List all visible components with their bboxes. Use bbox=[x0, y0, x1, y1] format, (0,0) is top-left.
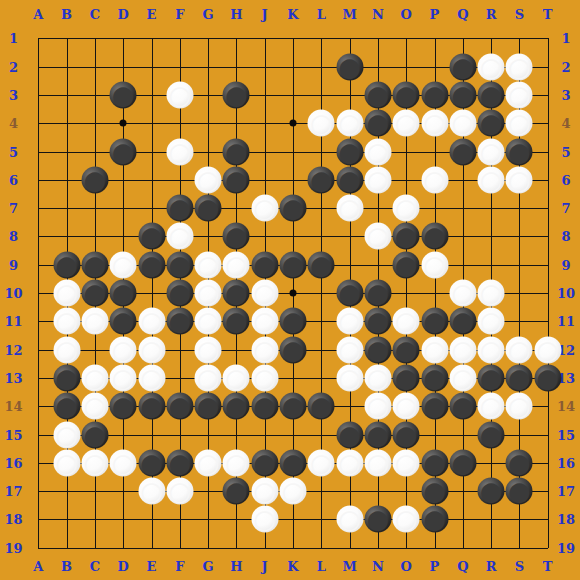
row-label-right-17: 17 bbox=[557, 485, 575, 498]
white-stone-f8: ○ bbox=[166, 223, 193, 250]
black-stone-r3: ● bbox=[478, 81, 505, 108]
black-stone-s13: ● bbox=[506, 364, 533, 391]
black-stone-d11: ● bbox=[110, 308, 137, 335]
row-label-right-9: 9 bbox=[561, 258, 570, 271]
black-stone-m15: ● bbox=[336, 421, 363, 448]
col-label-top-b: B bbox=[61, 7, 72, 20]
black-stone-h11: ● bbox=[223, 308, 250, 335]
black-stone-f11: ● bbox=[166, 308, 193, 335]
white-stone-p6: ○ bbox=[421, 166, 448, 193]
white-stone-c13: ○ bbox=[81, 364, 108, 391]
white-stone-c11: ○ bbox=[81, 308, 108, 335]
col-label-top-e: E bbox=[147, 7, 157, 20]
black-stone-e9: ● bbox=[138, 251, 165, 278]
white-stone-s14: ○ bbox=[506, 393, 533, 420]
row-label-left-6: 6 bbox=[9, 173, 18, 186]
white-stone-m4: ○ bbox=[336, 110, 363, 137]
row-label-right-10: 10 bbox=[557, 287, 575, 300]
white-stone-o11: ○ bbox=[393, 308, 420, 335]
black-stone-c15: ● bbox=[81, 421, 108, 448]
black-stone-h6: ● bbox=[223, 166, 250, 193]
row-label-right-7: 7 bbox=[561, 202, 570, 215]
row-label-left-11: 11 bbox=[4, 315, 22, 328]
black-stone-q14: ● bbox=[449, 393, 476, 420]
white-stone-s2: ○ bbox=[506, 53, 533, 80]
col-label-bottom-f: F bbox=[175, 560, 184, 573]
black-stone-q2: ● bbox=[449, 53, 476, 80]
white-stone-o4: ○ bbox=[393, 110, 420, 137]
white-stone-g6: ○ bbox=[195, 166, 222, 193]
row-label-left-3: 3 bbox=[9, 88, 18, 101]
black-stone-h8: ● bbox=[223, 223, 250, 250]
black-stone-n10: ● bbox=[364, 280, 391, 307]
white-stone-m11: ○ bbox=[336, 308, 363, 335]
black-stone-b14: ● bbox=[53, 393, 80, 420]
black-stone-l14: ● bbox=[308, 393, 335, 420]
row-label-left-2: 2 bbox=[9, 60, 18, 73]
white-stone-e12: ○ bbox=[138, 336, 165, 363]
black-stone-n15: ● bbox=[364, 421, 391, 448]
white-stone-l4: ○ bbox=[308, 110, 335, 137]
white-stone-j10: ○ bbox=[251, 280, 278, 307]
black-stone-f9: ● bbox=[166, 251, 193, 278]
black-stone-d10: ● bbox=[110, 280, 137, 307]
black-stone-o9: ● bbox=[393, 251, 420, 278]
row-label-right-19: 19 bbox=[557, 541, 575, 554]
black-stone-p14: ● bbox=[421, 393, 448, 420]
white-stone-e11: ○ bbox=[138, 308, 165, 335]
white-stone-m13: ○ bbox=[336, 364, 363, 391]
black-stone-k16: ● bbox=[280, 449, 307, 476]
white-stone-b12: ○ bbox=[53, 336, 80, 363]
black-stone-r17: ● bbox=[478, 478, 505, 505]
white-stone-e17: ○ bbox=[138, 478, 165, 505]
black-stone-o13: ● bbox=[393, 364, 420, 391]
white-stone-r2: ○ bbox=[478, 53, 505, 80]
row-label-left-8: 8 bbox=[9, 230, 18, 243]
row-label-right-15: 15 bbox=[557, 428, 575, 441]
black-stone-p18: ● bbox=[421, 506, 448, 533]
black-stone-q16: ● bbox=[449, 449, 476, 476]
black-stone-c9: ● bbox=[81, 251, 108, 278]
black-stone-c6: ● bbox=[81, 166, 108, 193]
white-stone-q13: ○ bbox=[449, 364, 476, 391]
black-stone-n3: ● bbox=[364, 81, 391, 108]
white-stone-f3: ○ bbox=[166, 81, 193, 108]
black-stone-f16: ● bbox=[166, 449, 193, 476]
col-label-bottom-m: M bbox=[342, 560, 356, 573]
row-label-right-8: 8 bbox=[561, 230, 570, 243]
white-stone-b15: ○ bbox=[53, 421, 80, 448]
black-stone-h10: ● bbox=[223, 280, 250, 307]
white-stone-q4: ○ bbox=[449, 110, 476, 137]
black-stone-k7: ● bbox=[280, 195, 307, 222]
row-label-left-1: 1 bbox=[9, 32, 18, 45]
black-stone-o12: ● bbox=[393, 336, 420, 363]
white-stone-j11: ○ bbox=[251, 308, 278, 335]
row-label-right-14: 14 bbox=[557, 400, 575, 413]
white-stone-d12: ○ bbox=[110, 336, 137, 363]
black-stone-c10: ● bbox=[81, 280, 108, 307]
black-stone-k9: ● bbox=[280, 251, 307, 278]
col-label-top-q: Q bbox=[457, 7, 468, 20]
row-label-left-4: 4 bbox=[9, 117, 18, 130]
black-stone-p16: ● bbox=[421, 449, 448, 476]
white-stone-h13: ○ bbox=[223, 364, 250, 391]
white-stone-r5: ○ bbox=[478, 138, 505, 165]
col-label-top-d: D bbox=[118, 7, 129, 20]
black-stone-k11: ● bbox=[280, 308, 307, 335]
row-label-right-4: 4 bbox=[561, 117, 570, 130]
white-stone-m7: ○ bbox=[336, 195, 363, 222]
white-stone-c16: ○ bbox=[81, 449, 108, 476]
white-stone-o16: ○ bbox=[393, 449, 420, 476]
row-label-right-2: 2 bbox=[561, 60, 570, 73]
black-stone-p8: ● bbox=[421, 223, 448, 250]
white-stone-s3: ○ bbox=[506, 81, 533, 108]
black-stone-n11: ● bbox=[364, 308, 391, 335]
white-stone-r6: ○ bbox=[478, 166, 505, 193]
row-label-left-15: 15 bbox=[4, 428, 22, 441]
row-label-right-5: 5 bbox=[561, 145, 570, 158]
col-label-bottom-a: A bbox=[33, 560, 43, 573]
col-label-bottom-n: N bbox=[372, 560, 384, 573]
black-stone-b9: ● bbox=[53, 251, 80, 278]
white-stone-g9: ○ bbox=[195, 251, 222, 278]
white-stone-b16: ○ bbox=[53, 449, 80, 476]
black-stone-g14: ● bbox=[195, 393, 222, 420]
white-stone-o14: ○ bbox=[393, 393, 420, 420]
black-stone-o8: ● bbox=[393, 223, 420, 250]
black-stone-m6: ● bbox=[336, 166, 363, 193]
star-point-d4 bbox=[120, 120, 127, 127]
row-label-left-16: 16 bbox=[4, 456, 22, 469]
black-stone-n18: ● bbox=[364, 506, 391, 533]
white-stone-d9: ○ bbox=[110, 251, 137, 278]
black-stone-h3: ● bbox=[223, 81, 250, 108]
col-label-bottom-p: P bbox=[430, 560, 440, 573]
black-stone-r13: ● bbox=[478, 364, 505, 391]
white-stone-s4: ○ bbox=[506, 110, 533, 137]
black-stone-p11: ● bbox=[421, 308, 448, 335]
white-stone-q12: ○ bbox=[449, 336, 476, 363]
black-stone-r15: ● bbox=[478, 421, 505, 448]
white-stone-e13: ○ bbox=[138, 364, 165, 391]
black-stone-d14: ● bbox=[110, 393, 137, 420]
black-stone-j14: ● bbox=[251, 393, 278, 420]
row-label-right-11: 11 bbox=[557, 315, 575, 328]
white-stone-r10: ○ bbox=[478, 280, 505, 307]
black-stone-r4: ● bbox=[478, 110, 505, 137]
row-label-right-1: 1 bbox=[561, 32, 570, 45]
black-stone-j16: ● bbox=[251, 449, 278, 476]
black-stone-g7: ● bbox=[195, 195, 222, 222]
col-label-top-f: F bbox=[175, 7, 184, 20]
row-label-left-14: 14 bbox=[4, 400, 22, 413]
black-stone-q5: ● bbox=[449, 138, 476, 165]
black-stone-e14: ● bbox=[138, 393, 165, 420]
white-stone-l16: ○ bbox=[308, 449, 335, 476]
row-label-right-16: 16 bbox=[557, 456, 575, 469]
black-stone-p13: ● bbox=[421, 364, 448, 391]
white-stone-n6: ○ bbox=[364, 166, 391, 193]
black-stone-h17: ● bbox=[223, 478, 250, 505]
white-stone-n5: ○ bbox=[364, 138, 391, 165]
white-stone-t12: ○ bbox=[534, 336, 561, 363]
white-stone-f17: ○ bbox=[166, 478, 193, 505]
black-stone-m5: ● bbox=[336, 138, 363, 165]
white-stone-j12: ○ bbox=[251, 336, 278, 363]
black-stone-p17: ● bbox=[421, 478, 448, 505]
white-stone-n8: ○ bbox=[364, 223, 391, 250]
star-point-k4 bbox=[290, 120, 297, 127]
row-label-left-17: 17 bbox=[4, 485, 22, 498]
white-stone-r14: ○ bbox=[478, 393, 505, 420]
black-stone-s17: ● bbox=[506, 478, 533, 505]
col-label-bottom-r: R bbox=[486, 560, 497, 573]
black-stone-f14: ● bbox=[166, 393, 193, 420]
black-stone-t13: ● bbox=[534, 364, 561, 391]
white-stone-s12: ○ bbox=[506, 336, 533, 363]
grid-line-horizontal bbox=[38, 548, 547, 549]
white-stone-j13: ○ bbox=[251, 364, 278, 391]
white-stone-h9: ○ bbox=[223, 251, 250, 278]
col-label-top-k: K bbox=[287, 7, 298, 20]
black-stone-n4: ● bbox=[364, 110, 391, 137]
col-label-top-p: P bbox=[430, 7, 440, 20]
white-stone-n14: ○ bbox=[364, 393, 391, 420]
row-label-right-6: 6 bbox=[561, 173, 570, 186]
black-stone-o3: ● bbox=[393, 81, 420, 108]
black-stone-s5: ● bbox=[506, 138, 533, 165]
black-stone-e8: ● bbox=[138, 223, 165, 250]
black-stone-e16: ● bbox=[138, 449, 165, 476]
row-label-right-18: 18 bbox=[557, 513, 575, 526]
col-label-bottom-t: T bbox=[543, 560, 553, 573]
col-label-bottom-d: D bbox=[118, 560, 129, 573]
row-label-left-12: 12 bbox=[4, 343, 22, 356]
col-label-bottom-o: O bbox=[401, 560, 412, 573]
col-label-top-s: S bbox=[515, 7, 524, 20]
white-stone-r11: ○ bbox=[478, 308, 505, 335]
white-stone-s6: ○ bbox=[506, 166, 533, 193]
grid-line-vertical bbox=[548, 38, 549, 547]
col-label-bottom-q: Q bbox=[457, 560, 468, 573]
black-stone-p3: ● bbox=[421, 81, 448, 108]
col-label-top-h: H bbox=[230, 7, 242, 20]
row-label-left-9: 9 bbox=[9, 258, 18, 271]
row-label-left-10: 10 bbox=[4, 287, 22, 300]
black-stone-d5: ● bbox=[110, 138, 137, 165]
black-stone-s16: ● bbox=[506, 449, 533, 476]
col-label-top-a: A bbox=[33, 7, 43, 20]
star-point-k10 bbox=[290, 290, 297, 297]
white-stone-b11: ○ bbox=[53, 308, 80, 335]
white-stone-o7: ○ bbox=[393, 195, 420, 222]
col-label-bottom-e: E bbox=[147, 560, 157, 573]
black-stone-l9: ● bbox=[308, 251, 335, 278]
white-stone-d13: ○ bbox=[110, 364, 137, 391]
black-stone-f10: ● bbox=[166, 280, 193, 307]
row-label-left-18: 18 bbox=[4, 513, 22, 526]
black-stone-m2: ● bbox=[336, 53, 363, 80]
black-stone-d3: ● bbox=[110, 81, 137, 108]
col-label-bottom-j: J bbox=[262, 560, 268, 573]
white-stone-p4: ○ bbox=[421, 110, 448, 137]
row-label-left-7: 7 bbox=[9, 202, 18, 215]
black-stone-n12: ● bbox=[364, 336, 391, 363]
black-stone-m10: ● bbox=[336, 280, 363, 307]
col-label-top-j: J bbox=[262, 7, 268, 20]
col-label-bottom-s: S bbox=[515, 560, 524, 573]
white-stone-h16: ○ bbox=[223, 449, 250, 476]
col-label-top-n: N bbox=[372, 7, 384, 20]
col-label-top-g: G bbox=[203, 7, 214, 20]
white-stone-g10: ○ bbox=[195, 280, 222, 307]
white-stone-d16: ○ bbox=[110, 449, 137, 476]
white-stone-f5: ○ bbox=[166, 138, 193, 165]
row-label-left-19: 19 bbox=[4, 541, 22, 554]
row-label-left-5: 5 bbox=[9, 145, 18, 158]
white-stone-m12: ○ bbox=[336, 336, 363, 363]
black-stone-k14: ● bbox=[280, 393, 307, 420]
white-stone-j17: ○ bbox=[251, 478, 278, 505]
row-label-left-13: 13 bbox=[4, 371, 22, 384]
white-stone-m18: ○ bbox=[336, 506, 363, 533]
white-stone-k17: ○ bbox=[280, 478, 307, 505]
black-stone-l6: ● bbox=[308, 166, 335, 193]
go-board[interactable]: AABBCCDDEEFFGGHHJJKKLLMMNNOOPPQQRRSSTT11… bbox=[0, 0, 580, 580]
black-stone-h5: ● bbox=[223, 138, 250, 165]
white-stone-b10: ○ bbox=[53, 280, 80, 307]
col-label-bottom-b: B bbox=[61, 560, 72, 573]
col-label-top-t: T bbox=[543, 7, 553, 20]
white-stone-m16: ○ bbox=[336, 449, 363, 476]
white-stone-p12: ○ bbox=[421, 336, 448, 363]
white-stone-n16: ○ bbox=[364, 449, 391, 476]
black-stone-q3: ● bbox=[449, 81, 476, 108]
grid-line-horizontal bbox=[38, 519, 547, 520]
col-label-bottom-h: H bbox=[230, 560, 242, 573]
white-stone-q10: ○ bbox=[449, 280, 476, 307]
black-stone-f7: ● bbox=[166, 195, 193, 222]
black-stone-k12: ● bbox=[280, 336, 307, 363]
col-label-bottom-k: K bbox=[287, 560, 298, 573]
white-stone-j18: ○ bbox=[251, 506, 278, 533]
col-label-bottom-c: C bbox=[90, 560, 100, 573]
black-stone-q11: ● bbox=[449, 308, 476, 335]
white-stone-g11: ○ bbox=[195, 308, 222, 335]
col-label-top-c: C bbox=[90, 7, 100, 20]
col-label-top-m: M bbox=[342, 7, 356, 20]
col-label-top-r: R bbox=[486, 7, 497, 20]
white-stone-g12: ○ bbox=[195, 336, 222, 363]
white-stone-c14: ○ bbox=[81, 393, 108, 420]
white-stone-g13: ○ bbox=[195, 364, 222, 391]
black-stone-j9: ● bbox=[251, 251, 278, 278]
white-stone-g16: ○ bbox=[195, 449, 222, 476]
grid-line-horizontal bbox=[38, 435, 547, 436]
white-stone-o18: ○ bbox=[393, 506, 420, 533]
white-stone-j7: ○ bbox=[251, 195, 278, 222]
white-stone-n13: ○ bbox=[364, 364, 391, 391]
black-stone-o15: ● bbox=[393, 421, 420, 448]
row-label-right-3: 3 bbox=[561, 88, 570, 101]
col-label-bottom-l: L bbox=[317, 560, 326, 573]
white-stone-p9: ○ bbox=[421, 251, 448, 278]
black-stone-b13: ● bbox=[53, 364, 80, 391]
col-label-bottom-g: G bbox=[203, 560, 214, 573]
white-stone-r12: ○ bbox=[478, 336, 505, 363]
col-label-top-l: L bbox=[317, 7, 326, 20]
col-label-top-o: O bbox=[401, 7, 412, 20]
black-stone-h14: ● bbox=[223, 393, 250, 420]
